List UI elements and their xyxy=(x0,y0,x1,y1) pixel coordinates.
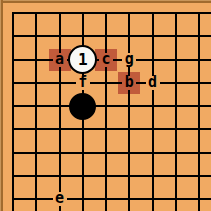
point-label-a: a xyxy=(53,53,67,67)
grid-line-vertical xyxy=(35,12,37,211)
board-left-border xyxy=(0,0,3,211)
point-label-d: d xyxy=(146,76,160,90)
grid-line-horizontal xyxy=(12,128,211,130)
point-label-c: c xyxy=(99,53,113,67)
white-stone-1: 1 xyxy=(68,45,97,74)
grid-line-vertical xyxy=(198,12,200,211)
grid-line-horizontal xyxy=(12,152,211,154)
point-label-f: f xyxy=(76,76,90,90)
grid-line-vertical xyxy=(152,12,154,211)
black-stone xyxy=(69,93,96,120)
grid-line-horizontal xyxy=(12,198,211,200)
grid-line-horizontal xyxy=(12,175,211,177)
grid-line-vertical xyxy=(105,12,107,211)
point-label-e: e xyxy=(53,192,67,206)
board-top-border xyxy=(0,0,211,3)
go-board: acgfbde1 xyxy=(0,0,211,211)
grid-line-vertical xyxy=(175,12,177,211)
grid-line-vertical xyxy=(12,12,14,211)
point-label-b: b xyxy=(122,76,136,90)
grid-line-horizontal xyxy=(12,82,211,84)
grid-line-horizontal xyxy=(12,35,211,37)
grid-line-vertical xyxy=(59,12,61,211)
grid-line-horizontal xyxy=(12,12,211,14)
grid-line-vertical xyxy=(128,12,130,211)
point-label-g: g xyxy=(122,53,136,67)
grid-line-horizontal xyxy=(12,105,211,107)
